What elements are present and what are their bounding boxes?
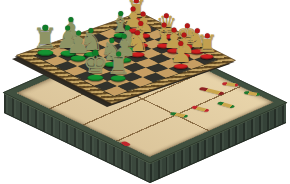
chess-set-photo: ♜♛♚♞♜♟♟♝♟♟♝♝♟♟♞♟♟♞♞♟♟♜♜♚	[0, 0, 290, 184]
piece-cap	[42, 24, 48, 30]
piece-green-rook[interactable]: ♜	[106, 51, 131, 82]
pieces-layer: ♜♛♚♞♜♟♟♝♟♟♝♝♟♟♞♟♟♞♞♟♟♜♜♚	[0, 0, 290, 184]
piece-cap	[141, 12, 146, 17]
piece-cap	[178, 41, 183, 46]
piece-cap	[109, 38, 114, 43]
piece-cap	[116, 51, 121, 56]
piece-red-pawn[interactable]: ♟	[170, 41, 192, 68]
piece-base	[37, 50, 53, 56]
piece-green-king[interactable]: ♚	[83, 50, 108, 81]
piece-cap	[118, 11, 123, 16]
piece-cap	[205, 34, 210, 39]
piece-base	[201, 54, 214, 59]
piece-cap	[92, 50, 98, 56]
piece-cap	[76, 31, 81, 36]
piece-green-rook[interactable]: ♜	[32, 24, 57, 55]
piece-base	[87, 75, 103, 81]
piece-cap	[164, 13, 169, 18]
piece-cap	[181, 32, 186, 37]
piece-red-rook[interactable]: ♜	[196, 34, 217, 60]
piece-base	[111, 76, 126, 82]
